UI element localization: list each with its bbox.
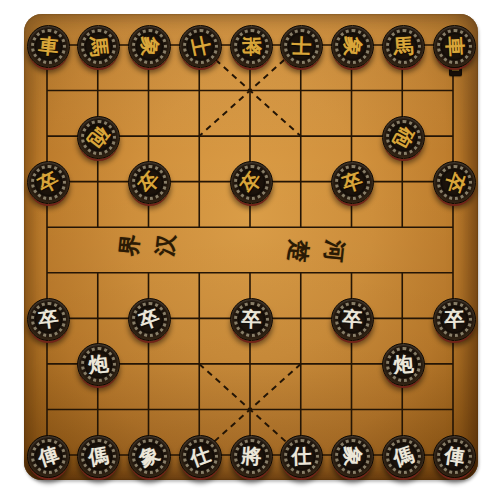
xiangqi-piece-卒-c4r6[interactable]: 卒 xyxy=(230,298,273,341)
piece-character: 炮 xyxy=(76,342,121,387)
piece-character: 將 xyxy=(230,25,272,67)
piece-character: 象 xyxy=(331,435,373,477)
piece-character: 炮 xyxy=(381,343,425,387)
piece-character: 卒 xyxy=(433,298,475,340)
piece-character: 車 xyxy=(432,24,475,67)
xiangqi-piece-卒-c0r3[interactable]: 卒 xyxy=(27,161,70,204)
piece-character: 象 xyxy=(128,24,171,67)
piece-character: 卒 xyxy=(331,297,375,341)
xiangqi-piece-將-c4r0[interactable]: 將 xyxy=(230,25,273,68)
xiangqi-piece-象-c2r0[interactable]: 象 xyxy=(128,25,171,68)
xiangqi-piece-卒-c2r6[interactable]: 卒 xyxy=(128,298,171,341)
xiangqi-piece-俥-c0r9[interactable]: 俥 xyxy=(27,435,70,478)
xiangqi-piece-卒-c0r6[interactable]: 卒 xyxy=(27,298,70,341)
piece-character: 馬 xyxy=(381,24,425,68)
xiangqi-piece-象-c6r9[interactable]: 象 xyxy=(331,435,374,478)
xiangqi-piece-士-c3r0[interactable]: 士 xyxy=(179,25,222,68)
xiangqi-piece-馬-c1r0[interactable]: 馬 xyxy=(77,25,120,68)
piece-character: 馬 xyxy=(76,23,121,68)
xiangqi-piece-象-c2r9[interactable]: 象 xyxy=(128,435,171,478)
xiangqi-piece-傌-c1r9[interactable]: 傌 xyxy=(77,435,120,478)
xiangqi-piece-砲-c1r2[interactable]: 砲 xyxy=(77,116,120,159)
xiangqi-piece-馬-c7r0[interactable]: 馬 xyxy=(382,25,425,68)
xiangqi-piece-仕-c3r9[interactable]: 仕 xyxy=(179,435,222,478)
xiangqi-piece-士-c5r0[interactable]: 士 xyxy=(280,25,323,68)
xiangqi-piece-卒-c2r3[interactable]: 卒 xyxy=(128,161,171,204)
xiangqi-piece-將-c4r9[interactable]: 將 xyxy=(230,435,273,478)
piece-character: 士 xyxy=(176,22,225,71)
xiangqi-piece-象-c6r0[interactable]: 象 xyxy=(331,25,374,68)
piece-character: 將 xyxy=(229,434,273,478)
xiangqi-piece-卒-c6r6[interactable]: 卒 xyxy=(331,298,374,341)
xiangqi-piece-仕-c5r9[interactable]: 仕 xyxy=(280,435,323,478)
piece-character: 傌 xyxy=(75,432,122,479)
xiangqi-piece-炮-c1r7[interactable]: 炮 xyxy=(77,343,120,386)
piece-character: 車 xyxy=(25,23,70,68)
xiangqi-piece-卒-c8r6[interactable]: 卒 xyxy=(433,298,476,341)
xiangqi-piece-車-c0r0[interactable]: 車 xyxy=(27,25,70,68)
xiangqi-piece-炮-c7r7[interactable]: 炮 xyxy=(382,343,425,386)
piece-character: 卒 xyxy=(230,298,272,340)
xiangqi-piece-俥-c8r9[interactable]: 俥 xyxy=(433,435,476,478)
xiangqi-piece-卒-c8r3[interactable]: 卒 xyxy=(433,161,476,204)
piece-character: 卒 xyxy=(25,296,71,342)
piece-character: 象 xyxy=(330,23,375,68)
board-mat xyxy=(24,14,478,480)
piece-character: 仕 xyxy=(281,435,323,477)
piece-character: 俥 xyxy=(431,433,477,479)
xiangqi-piece-卒-c4r3[interactable]: 卒 xyxy=(230,161,273,204)
xiangqi-piece-砲-c7r2[interactable]: 砲 xyxy=(382,116,425,159)
xiangqi-piece-傌-c7r9[interactable]: 傌 xyxy=(382,435,425,478)
xiangqi-piece-車-c8r0[interactable]: 車 xyxy=(433,25,476,68)
piece-character: 士 xyxy=(281,25,323,67)
xiangqi-piece-卒-c6r3[interactable]: 卒 xyxy=(331,161,374,204)
